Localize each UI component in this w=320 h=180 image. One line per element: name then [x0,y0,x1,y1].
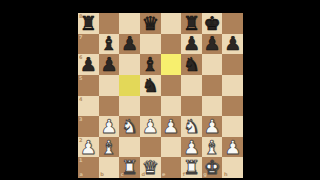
piece-black-bishop-b7[interactable]: ♝ [99,33,120,54]
file-label-b: b [100,172,104,177]
square-c7[interactable]: ♟ [119,34,140,55]
square-e2[interactable] [161,137,182,158]
square-g7[interactable]: ♟ [202,34,223,55]
file-label-e: e [162,172,165,177]
square-f4[interactable] [181,96,202,117]
square-h5[interactable] [222,75,243,96]
piece-white-pawn-g3[interactable]: ♟ [202,116,223,137]
square-h6[interactable] [222,54,243,75]
square-c4[interactable] [119,96,140,117]
piece-white-king-g1[interactable]: ♚ [202,157,223,178]
square-d2[interactable] [140,137,161,158]
square-c5[interactable] [119,75,140,96]
piece-black-pawn-a6[interactable]: ♟ [78,54,99,75]
square-g4[interactable] [202,96,223,117]
piece-white-knight-c3[interactable]: ♞ [119,116,140,137]
piece-white-knight-f3[interactable]: ♞ [181,116,202,137]
piece-black-rook-f8[interactable]: ♜ [181,13,202,34]
piece-white-pawn-h2[interactable]: ♟ [222,136,243,157]
square-c3[interactable]: ♞ [119,116,140,137]
square-a1[interactable]: 1a [78,157,99,178]
square-d6[interactable]: ♝ [140,54,161,75]
square-d7[interactable] [140,34,161,55]
square-a8[interactable]: 8♜ [78,13,99,34]
piece-black-pawn-f7[interactable]: ♟ [181,33,202,54]
square-b8[interactable] [99,13,120,34]
square-d4[interactable] [140,96,161,117]
square-b5[interactable] [99,75,120,96]
square-f2[interactable]: ♟ [181,137,202,158]
piece-white-queen-d1[interactable]: ♛ [140,157,161,178]
square-g1[interactable]: g♚ [202,157,223,178]
square-h4[interactable] [222,96,243,117]
square-c1[interactable]: c♜ [119,157,140,178]
square-b2[interactable]: ♝ [99,137,120,158]
square-a2[interactable]: 2♟ [78,137,99,158]
square-f3[interactable]: ♞ [181,116,202,137]
rank-label-5: 5 [79,76,82,81]
piece-white-pawn-f2[interactable]: ♟ [181,136,202,157]
square-b4[interactable] [99,96,120,117]
square-a6[interactable]: 6♟ [78,54,99,75]
square-e4[interactable] [161,96,182,117]
square-d3[interactable]: ♟ [140,116,161,137]
square-f1[interactable]: f♜ [181,157,202,178]
piece-black-queen-d8[interactable]: ♛ [140,13,161,34]
square-e3[interactable]: ♟ [161,116,182,137]
video-frame: 8♜♛♜♚7♝♟♟♟♟6♟♟♝♞5♞43♟♞♟♟♞♟2♟♝♟♝♟1abc♜d♛e… [0,0,320,180]
piece-black-king-g8[interactable]: ♚ [202,13,223,34]
file-label-h: h [224,172,228,177]
square-f6[interactable]: ♞ [181,54,202,75]
rank-label-4: 4 [79,97,82,102]
piece-black-pawn-b6[interactable]: ♟ [99,54,120,75]
rank-label-3: 3 [79,117,82,122]
square-b3[interactable]: ♟ [99,116,120,137]
square-g3[interactable]: ♟ [202,116,223,137]
piece-white-bishop-g2[interactable]: ♝ [202,136,223,157]
square-c8[interactable] [119,13,140,34]
piece-white-bishop-b2[interactable]: ♝ [99,136,120,157]
square-a3[interactable]: 3 [78,116,99,137]
chess-board: 8♜♛♜♚7♝♟♟♟♟6♟♟♝♞5♞43♟♞♟♟♞♟2♟♝♟♝♟1abc♜d♛e… [78,13,243,178]
square-g2[interactable]: ♝ [202,137,223,158]
square-f8[interactable]: ♜ [181,13,202,34]
piece-black-bishop-d6[interactable]: ♝ [140,54,161,75]
square-e1[interactable]: e [161,157,182,178]
square-h8[interactable] [222,13,243,34]
piece-white-rook-f1[interactable]: ♜ [181,157,202,178]
square-c2[interactable] [119,137,140,158]
square-g6[interactable] [202,54,223,75]
square-e6[interactable] [161,54,182,75]
square-f7[interactable]: ♟ [181,34,202,55]
square-h7[interactable]: ♟ [222,34,243,55]
rank-label-1: 1 [79,158,82,163]
square-e8[interactable] [161,13,182,34]
piece-black-pawn-c7[interactable]: ♟ [119,33,140,54]
square-b7[interactable]: ♝ [99,34,120,55]
square-e7[interactable] [161,34,182,55]
square-g5[interactable] [202,75,223,96]
piece-white-rook-c1[interactable]: ♜ [119,157,140,178]
file-label-a: a [80,172,83,177]
square-h2[interactable]: ♟ [222,137,243,158]
square-a4[interactable]: 4 [78,96,99,117]
square-a5[interactable]: 5 [78,75,99,96]
piece-white-pawn-a2[interactable]: ♟ [78,136,99,157]
piece-black-pawn-g7[interactable]: ♟ [202,33,223,54]
square-g8[interactable]: ♚ [202,13,223,34]
square-h1[interactable]: h [222,157,243,178]
square-h3[interactable] [222,116,243,137]
square-e5[interactable] [161,75,182,96]
square-b6[interactable]: ♟ [99,54,120,75]
piece-black-knight-f6[interactable]: ♞ [181,54,202,75]
piece-white-pawn-d3[interactable]: ♟ [140,116,161,137]
square-c6[interactable] [119,54,140,75]
piece-black-pawn-h7[interactable]: ♟ [222,33,243,54]
square-d5[interactable]: ♞ [140,75,161,96]
rank-label-7: 7 [79,35,82,40]
square-b1[interactable]: b [99,157,120,178]
piece-white-pawn-e3[interactable]: ♟ [161,116,182,137]
piece-white-pawn-b3[interactable]: ♟ [99,116,120,137]
square-d8[interactable]: ♛ [140,13,161,34]
piece-black-rook-a8[interactable]: ♜ [78,13,99,34]
square-f5[interactable] [181,75,202,96]
square-d1[interactable]: d♛ [140,157,161,178]
piece-black-knight-d5[interactable]: ♞ [140,74,161,95]
square-a7[interactable]: 7 [78,34,99,55]
